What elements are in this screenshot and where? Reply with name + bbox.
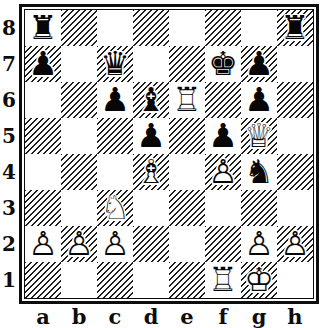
square-h1[interactable] — [277, 262, 313, 298]
square-e2[interactable] — [169, 226, 205, 262]
square-c6[interactable]: ♟ — [97, 82, 133, 118]
square-b5[interactable] — [61, 118, 97, 154]
white-bishop-piece: ♝♗ — [133, 154, 169, 190]
file-label-e: e — [169, 304, 205, 328]
piece-glyph: ♟ — [25, 46, 61, 82]
rank-label-4: 4 — [0, 154, 18, 190]
square-g3[interactable] — [241, 190, 277, 226]
square-b4[interactable] — [61, 154, 97, 190]
square-f5[interactable]: ♟ — [205, 118, 241, 154]
rank-label-5: 5 — [0, 118, 18, 154]
piece-glyph-outline: ♗ — [133, 154, 169, 190]
file-label-d: d — [133, 304, 169, 328]
square-a8[interactable]: ♜ — [25, 10, 61, 46]
square-c1[interactable] — [97, 262, 133, 298]
piece-glyph: ♟ — [97, 82, 133, 118]
piece-glyph: ♟ — [241, 82, 277, 118]
piece-glyph-outline: ♙ — [277, 226, 313, 262]
square-e3[interactable] — [169, 190, 205, 226]
square-b3[interactable] — [61, 190, 97, 226]
square-d2[interactable] — [133, 226, 169, 262]
piece-glyph-outline: ♘ — [97, 190, 133, 226]
square-h5[interactable] — [277, 118, 313, 154]
square-b2[interactable]: ♟♙ — [61, 226, 97, 262]
square-h3[interactable] — [277, 190, 313, 226]
square-a5[interactable] — [25, 118, 61, 154]
rank-label-8: 8 — [0, 10, 18, 46]
white-queen-piece: ♛♕ — [241, 118, 277, 154]
board-frame: ♜♜♟♛♚♟♟♝♜♖♟♟♟♛♕♝♗♟♙♞♞♘♟♙♟♙♟♙♟♙♟♙♜♖♚♔ — [19, 4, 319, 304]
white-rook-piece: ♜♖ — [205, 262, 241, 298]
square-g1[interactable]: ♚♔ — [241, 262, 277, 298]
square-d6[interactable]: ♝ — [133, 82, 169, 118]
black-queen-piece: ♛ — [97, 46, 133, 82]
square-g4[interactable]: ♞ — [241, 154, 277, 190]
square-d1[interactable] — [133, 262, 169, 298]
file-labels: abcdefgh — [25, 304, 313, 328]
square-c8[interactable] — [97, 10, 133, 46]
square-a7[interactable]: ♟ — [25, 46, 61, 82]
square-e1[interactable] — [169, 262, 205, 298]
rank-label-7: 7 — [0, 46, 18, 82]
square-a2[interactable]: ♟♙ — [25, 226, 61, 262]
square-h4[interactable] — [277, 154, 313, 190]
white-pawn-piece: ♟♙ — [205, 154, 241, 190]
board-grid: ♜♜♟♛♚♟♟♝♜♖♟♟♟♛♕♝♗♟♙♞♞♘♟♙♟♙♟♙♟♙♟♙♜♖♚♔ — [24, 9, 314, 299]
piece-glyph-outline: ♕ — [241, 118, 277, 154]
file-label-b: b — [61, 304, 97, 328]
piece-glyph: ♞ — [241, 154, 277, 190]
square-g7[interactable]: ♟ — [241, 46, 277, 82]
black-rook-piece: ♜ — [25, 10, 61, 46]
piece-glyph: ♚ — [205, 46, 241, 82]
square-f7[interactable]: ♚ — [205, 46, 241, 82]
white-king-piece: ♚♔ — [241, 262, 277, 298]
piece-glyph-outline: ♙ — [25, 226, 61, 262]
square-h8[interactable]: ♜ — [277, 10, 313, 46]
file-label-g: g — [241, 304, 277, 328]
white-pawn-piece: ♟♙ — [97, 226, 133, 262]
white-pawn-piece: ♟♙ — [61, 226, 97, 262]
square-g6[interactable]: ♟ — [241, 82, 277, 118]
square-a6[interactable] — [25, 82, 61, 118]
black-knight-piece: ♞ — [241, 154, 277, 190]
black-pawn-piece: ♟ — [241, 82, 277, 118]
square-e5[interactable] — [169, 118, 205, 154]
square-a4[interactable] — [25, 154, 61, 190]
square-c2[interactable]: ♟♙ — [97, 226, 133, 262]
piece-glyph-outline: ♔ — [241, 262, 277, 298]
square-a3[interactable] — [25, 190, 61, 226]
black-rook-piece: ♜ — [277, 10, 313, 46]
piece-glyph-outline: ♖ — [205, 262, 241, 298]
square-h7[interactable] — [277, 46, 313, 82]
piece-glyph: ♟ — [205, 118, 241, 154]
square-b7[interactable] — [61, 46, 97, 82]
black-pawn-piece: ♟ — [205, 118, 241, 154]
square-f2[interactable] — [205, 226, 241, 262]
black-pawn-piece: ♟ — [97, 82, 133, 118]
square-f8[interactable] — [205, 10, 241, 46]
square-f1[interactable]: ♜♖ — [205, 262, 241, 298]
square-h6[interactable] — [277, 82, 313, 118]
rank-labels: 87654321 — [0, 10, 18, 298]
rank-label-1: 1 — [0, 262, 18, 298]
piece-glyph-outline: ♙ — [61, 226, 97, 262]
square-e8[interactable] — [169, 10, 205, 46]
piece-glyph-outline: ♙ — [97, 226, 133, 262]
square-f4[interactable]: ♟♙ — [205, 154, 241, 190]
white-knight-piece: ♞♘ — [97, 190, 133, 226]
white-rook-piece: ♜♖ — [169, 82, 205, 118]
square-a1[interactable] — [25, 262, 61, 298]
square-e4[interactable] — [169, 154, 205, 190]
piece-glyph: ♝ — [133, 82, 169, 118]
square-c4[interactable] — [97, 154, 133, 190]
file-label-c: c — [97, 304, 133, 328]
black-pawn-piece: ♟ — [241, 46, 277, 82]
piece-glyph: ♜ — [25, 10, 61, 46]
square-b8[interactable] — [61, 10, 97, 46]
piece-glyph: ♜ — [277, 10, 313, 46]
square-b6[interactable] — [61, 82, 97, 118]
square-d8[interactable] — [133, 10, 169, 46]
square-d3[interactable] — [133, 190, 169, 226]
square-e6[interactable]: ♜♖ — [169, 82, 205, 118]
piece-glyph: ♟ — [133, 118, 169, 154]
piece-glyph-outline: ♙ — [241, 226, 277, 262]
black-bishop-piece: ♝ — [133, 82, 169, 118]
square-h2[interactable]: ♟♙ — [277, 226, 313, 262]
chess-diagram: 87654321 ♜♜♟♛♚♟♟♝♜♖♟♟♟♛♕♝♗♟♙♞♞♘♟♙♟♙♟♙♟♙♟… — [0, 0, 320, 328]
square-d7[interactable] — [133, 46, 169, 82]
black-pawn-piece: ♟ — [133, 118, 169, 154]
black-pawn-piece: ♟ — [25, 46, 61, 82]
rank-label-2: 2 — [0, 226, 18, 262]
square-d4[interactable]: ♝♗ — [133, 154, 169, 190]
file-label-h: h — [277, 304, 313, 328]
square-f3[interactable] — [205, 190, 241, 226]
square-c7[interactable]: ♛ — [97, 46, 133, 82]
square-g2[interactable]: ♟♙ — [241, 226, 277, 262]
square-c5[interactable] — [97, 118, 133, 154]
piece-glyph-outline: ♙ — [205, 154, 241, 190]
square-g5[interactable]: ♛♕ — [241, 118, 277, 154]
rank-label-3: 3 — [0, 190, 18, 226]
rank-label-6: 6 — [0, 82, 18, 118]
white-pawn-piece: ♟♙ — [277, 226, 313, 262]
piece-glyph-outline: ♖ — [169, 82, 205, 118]
square-e7[interactable] — [169, 46, 205, 82]
file-label-a: a — [25, 304, 61, 328]
square-c3[interactable]: ♞♘ — [97, 190, 133, 226]
square-d5[interactable]: ♟ — [133, 118, 169, 154]
square-f6[interactable] — [205, 82, 241, 118]
square-b1[interactable] — [61, 262, 97, 298]
piece-glyph: ♛ — [97, 46, 133, 82]
white-pawn-piece: ♟♙ — [241, 226, 277, 262]
square-g8[interactable] — [241, 10, 277, 46]
piece-glyph: ♟ — [241, 46, 277, 82]
white-pawn-piece: ♟♙ — [25, 226, 61, 262]
file-label-f: f — [205, 304, 241, 328]
black-king-piece: ♚ — [205, 46, 241, 82]
